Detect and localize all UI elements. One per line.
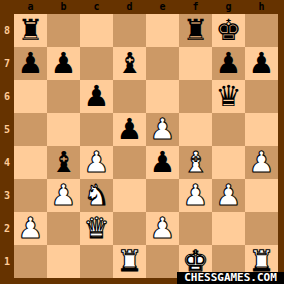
black-pawn[interactable]: ♟ (18, 47, 44, 80)
square-h4[interactable]: ♟ (245, 146, 278, 179)
branding-strip: CHESSGAMES.COM (177, 272, 284, 284)
white-pawn[interactable]: ♟ (150, 113, 176, 146)
square-d2[interactable] (113, 212, 146, 245)
square-d5[interactable]: ♟ (113, 113, 146, 146)
white-rook[interactable]: ♜ (117, 245, 143, 278)
white-pawn[interactable]: ♟ (84, 146, 110, 179)
square-e1[interactable] (146, 245, 179, 278)
square-c5[interactable] (80, 113, 113, 146)
square-c1[interactable] (80, 245, 113, 278)
rank-label-5: 5 (0, 113, 14, 146)
square-c2[interactable]: ♛ (80, 212, 113, 245)
square-f8[interactable]: ♜ (179, 14, 212, 47)
square-c8[interactable] (80, 14, 113, 47)
file-label-c: c (80, 0, 113, 14)
white-pawn[interactable]: ♟ (216, 179, 242, 212)
square-f3[interactable]: ♟ (179, 179, 212, 212)
square-a2[interactable]: ♟ (14, 212, 47, 245)
square-e7[interactable] (146, 47, 179, 80)
square-h7[interactable]: ♟ (245, 47, 278, 80)
square-d3[interactable] (113, 179, 146, 212)
white-bishop[interactable]: ♝ (183, 146, 209, 179)
rank-label-8: 8 (0, 14, 14, 47)
square-d4[interactable] (113, 146, 146, 179)
square-g6[interactable]: ♛ (212, 80, 245, 113)
square-f5[interactable] (179, 113, 212, 146)
rank-label-4: 4 (0, 146, 14, 179)
rank-label-2: 2 (0, 212, 14, 245)
file-label-f: f (179, 0, 212, 14)
rank-label-6: 6 (0, 80, 14, 113)
square-h5[interactable] (245, 113, 278, 146)
square-d6[interactable] (113, 80, 146, 113)
black-bishop[interactable]: ♝ (117, 47, 143, 80)
square-e4[interactable]: ♟ (146, 146, 179, 179)
square-e5[interactable]: ♟ (146, 113, 179, 146)
square-g3[interactable]: ♟ (212, 179, 245, 212)
white-pawn[interactable]: ♟ (18, 212, 44, 245)
square-e2[interactable]: ♟ (146, 212, 179, 245)
black-pawn[interactable]: ♟ (150, 146, 176, 179)
square-g8[interactable]: ♚ (212, 14, 245, 47)
rank-label-7: 7 (0, 47, 14, 80)
square-d1[interactable]: ♜ (113, 245, 146, 278)
white-queen[interactable]: ♛ (84, 212, 110, 245)
square-a4[interactable] (14, 146, 47, 179)
white-pawn[interactable]: ♟ (249, 146, 275, 179)
black-rook[interactable]: ♜ (18, 14, 44, 47)
chess-board: ♜♜♚♟♟♝♟♟♟♛♟♟♝♟♟♝♟♟♞♟♟♟♛♟♜♚♜ (14, 14, 278, 278)
square-b8[interactable] (47, 14, 80, 47)
white-pawn[interactable]: ♟ (51, 179, 77, 212)
square-b5[interactable] (47, 113, 80, 146)
square-a7[interactable]: ♟ (14, 47, 47, 80)
square-g7[interactable]: ♟ (212, 47, 245, 80)
square-a6[interactable] (14, 80, 47, 113)
file-label-h: h (245, 0, 278, 14)
rank-labels: 87654321 (0, 14, 14, 278)
square-c3[interactable]: ♞ (80, 179, 113, 212)
chess-diagram: abcdefgh 87654321 ♜♜♚♟♟♝♟♟♟♛♟♟♝♟♟♝♟♟♞♟♟♟… (0, 0, 284, 284)
square-g4[interactable] (212, 146, 245, 179)
black-queen[interactable]: ♛ (216, 80, 242, 113)
black-pawn[interactable]: ♟ (249, 47, 275, 80)
black-pawn[interactable]: ♟ (216, 47, 242, 80)
black-rook[interactable]: ♜ (183, 14, 209, 47)
square-f4[interactable]: ♝ (179, 146, 212, 179)
square-g2[interactable] (212, 212, 245, 245)
black-pawn[interactable]: ♟ (117, 113, 143, 146)
square-h6[interactable] (245, 80, 278, 113)
square-b2[interactable] (47, 212, 80, 245)
rank-label-3: 3 (0, 179, 14, 212)
square-g5[interactable] (212, 113, 245, 146)
square-e3[interactable] (146, 179, 179, 212)
square-h2[interactable] (245, 212, 278, 245)
square-b7[interactable]: ♟ (47, 47, 80, 80)
square-b1[interactable] (47, 245, 80, 278)
file-label-a: a (14, 0, 47, 14)
square-f6[interactable] (179, 80, 212, 113)
square-d7[interactable]: ♝ (113, 47, 146, 80)
black-king[interactable]: ♚ (216, 14, 242, 47)
white-pawn[interactable]: ♟ (183, 179, 209, 212)
white-knight[interactable]: ♞ (84, 179, 110, 212)
white-pawn[interactable]: ♟ (150, 212, 176, 245)
square-b6[interactable] (47, 80, 80, 113)
square-b3[interactable]: ♟ (47, 179, 80, 212)
black-pawn[interactable]: ♟ (51, 47, 77, 80)
square-e8[interactable] (146, 14, 179, 47)
square-f2[interactable] (179, 212, 212, 245)
file-label-b: b (47, 0, 80, 14)
square-a5[interactable] (14, 113, 47, 146)
file-labels: abcdefgh (14, 0, 278, 14)
black-bishop[interactable]: ♝ (51, 146, 77, 179)
file-label-g: g (212, 0, 245, 14)
square-h3[interactable] (245, 179, 278, 212)
rank-label-1: 1 (0, 245, 14, 278)
black-pawn[interactable]: ♟ (84, 80, 110, 113)
file-label-e: e (146, 0, 179, 14)
square-c6[interactable]: ♟ (80, 80, 113, 113)
square-a8[interactable]: ♜ (14, 14, 47, 47)
square-d8[interactable] (113, 14, 146, 47)
square-b4[interactable]: ♝ (47, 146, 80, 179)
square-a3[interactable] (14, 179, 47, 212)
square-c4[interactable]: ♟ (80, 146, 113, 179)
file-label-d: d (113, 0, 146, 14)
square-c7[interactable] (80, 47, 113, 80)
square-f7[interactable] (179, 47, 212, 80)
square-a1[interactable] (14, 245, 47, 278)
square-h8[interactable] (245, 14, 278, 47)
square-e6[interactable] (146, 80, 179, 113)
